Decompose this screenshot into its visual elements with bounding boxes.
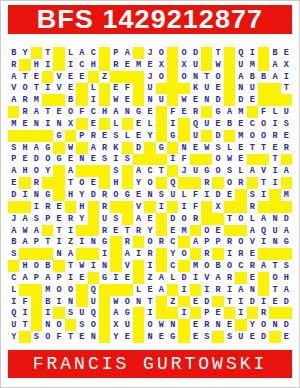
grid-cell-blocked xyxy=(8,260,19,272)
grid-cell-letter: J xyxy=(144,71,155,83)
grid-cell-letter: A xyxy=(258,260,269,272)
grid-cell-letter: T xyxy=(258,142,269,154)
grid-cell-letter: E xyxy=(281,331,292,343)
grid-cell-letter: R xyxy=(88,130,99,142)
grid-cell-blocked xyxy=(110,260,121,272)
grid-cell-letter: I xyxy=(53,236,64,248)
grid-cell-letter: V xyxy=(53,71,64,83)
grid-cell-blocked xyxy=(76,225,87,237)
grid-cell-blocked xyxy=(224,94,235,106)
grid-cell-letter: A xyxy=(122,47,133,59)
grid-cell-letter: H xyxy=(99,106,110,118)
grid-cell-letter: F xyxy=(178,154,189,166)
grid-cell-letter: V xyxy=(133,201,144,213)
grid-cell-blocked xyxy=(178,236,189,248)
grid-cell-letter: R xyxy=(201,248,212,260)
grid-cell-blocked xyxy=(201,106,212,118)
grid-cell-letter: C xyxy=(167,236,178,248)
grid-cell-letter: E xyxy=(31,71,42,83)
grid-cell-letter: S xyxy=(31,213,42,225)
grid-cell-blocked xyxy=(258,154,269,166)
grid-cell-blocked xyxy=(122,201,133,213)
grid-cell-letter: I xyxy=(178,307,189,319)
grid-cell-letter: D xyxy=(235,94,246,106)
grid-cell-letter: O xyxy=(258,130,269,142)
grid-cell-letter: S xyxy=(212,142,223,154)
grid-cell-letter: O xyxy=(224,177,235,189)
grid-cell-letter: W xyxy=(156,319,167,331)
grid-cell-letter: R xyxy=(65,213,76,225)
grid-cell-blocked xyxy=(201,47,212,59)
grid-cell-letter: R xyxy=(8,59,19,71)
grid-cell-letter: A xyxy=(19,236,30,248)
grid-cell-blocked xyxy=(110,71,121,83)
grid-cell-blocked xyxy=(190,284,201,296)
grid-cell-letter: N xyxy=(269,213,280,225)
grid-cell-letter: B xyxy=(247,71,258,83)
grid-cell-letter: C xyxy=(167,260,178,272)
grid-cell-blocked xyxy=(247,307,258,319)
grid-cell-blocked xyxy=(178,331,189,343)
grid-cell-blocked xyxy=(201,59,212,71)
grid-cell-blocked xyxy=(156,154,167,166)
grid-cell-letter: T xyxy=(269,260,280,272)
grid-cell-letter: O xyxy=(65,106,76,118)
grid-cell-letter: R xyxy=(258,307,269,319)
grid-cell-blocked xyxy=(247,106,258,118)
grid-cell-letter: S xyxy=(99,154,110,166)
grid-cell-blocked xyxy=(31,319,42,331)
grid-cell-letter: P xyxy=(31,236,42,248)
grid-cell-letter: A xyxy=(19,272,30,284)
grid-cell-letter: G xyxy=(42,189,53,201)
grid-cell-letter: E xyxy=(88,177,99,189)
grid-cell-letter: Q xyxy=(88,307,99,319)
grid-cell-letter: R xyxy=(190,213,201,225)
grid-cell-letter: O xyxy=(178,248,189,260)
grid-cell-letter: E xyxy=(281,130,292,142)
grid-cell-letter: E xyxy=(53,201,64,213)
grid-cell-letter: I xyxy=(235,307,246,319)
grid-cell-blocked xyxy=(88,213,99,225)
grid-cell-blocked xyxy=(144,201,155,213)
grid-cell-blocked xyxy=(156,177,167,189)
grid-cell-letter: E xyxy=(110,225,121,237)
grid-cell-letter: E xyxy=(190,296,201,308)
grid-cell-letter: G xyxy=(167,331,178,343)
grid-cell-letter: G xyxy=(99,236,110,248)
grid-cell-letter: S xyxy=(224,165,235,177)
grid-cell-letter: L xyxy=(167,272,178,284)
grid-cell-letter: C xyxy=(88,47,99,59)
grid-cell-letter: P xyxy=(201,236,212,248)
grid-cell-blocked xyxy=(190,225,201,237)
grid-cell-letter: S xyxy=(65,307,76,319)
grid-cell-letter: O xyxy=(110,189,121,201)
grid-cell-letter: J xyxy=(8,213,19,225)
grid-cell-blocked xyxy=(31,248,42,260)
grid-cell-letter: O xyxy=(178,213,189,225)
grid-cell-letter: U xyxy=(144,83,155,95)
grid-cell-letter: A xyxy=(42,272,53,284)
grid-cell-letter: T xyxy=(65,260,76,272)
grid-cell-blocked xyxy=(269,94,280,106)
grid-cell-blocked xyxy=(167,71,178,83)
grid-cell-blocked xyxy=(76,142,87,154)
grid-cell-letter: C xyxy=(76,59,87,71)
grid-cell-letter: I xyxy=(110,154,121,166)
grid-cell-letter: Z xyxy=(99,71,110,83)
grid-cell-letter: F xyxy=(53,331,64,343)
title-band: BFS 1429212877 xyxy=(8,5,292,34)
grid-cell-letter: N xyxy=(99,260,110,272)
grid-cell-letter: I xyxy=(201,189,212,201)
grid-cell-letter: I xyxy=(42,118,53,130)
grid-cell-blocked xyxy=(88,165,99,177)
grid-cell-blocked xyxy=(133,83,144,95)
grid-cell-letter: A xyxy=(8,225,19,237)
grid-cell-letter: I xyxy=(133,248,144,260)
grid-cell-letter: I xyxy=(269,118,280,130)
grid-cell-blocked xyxy=(269,83,280,95)
grid-cell-letter: M xyxy=(133,59,144,71)
grid-cell-letter: O xyxy=(42,154,53,166)
grid-cell-blocked xyxy=(110,201,121,213)
grid-cell-letter: G xyxy=(156,142,167,154)
grid-cell-blocked xyxy=(65,319,76,331)
grid-cell-letter: A xyxy=(133,213,144,225)
grid-cell-letter: T xyxy=(19,319,30,331)
grid-cell-letter: H xyxy=(76,201,87,213)
grid-cell-letter: D xyxy=(31,154,42,166)
grid-cell-blocked xyxy=(122,142,133,154)
grid-cell-letter: D xyxy=(247,296,258,308)
grid-cell-blocked xyxy=(53,260,64,272)
grid-cell-blocked xyxy=(156,130,167,142)
grid-cell-letter: I xyxy=(269,165,280,177)
grid-cell-letter: E xyxy=(88,154,99,166)
grid-cell-letter: L xyxy=(235,165,246,177)
grid-cell-blocked xyxy=(281,94,292,106)
grid-cell-letter: D xyxy=(212,189,223,201)
grid-cell-letter: K xyxy=(110,142,121,154)
grid-cell-letter: O xyxy=(235,236,246,248)
grid-cell-letter: N xyxy=(53,118,64,130)
grid-cell-blocked xyxy=(224,59,235,71)
grid-cell-letter: I xyxy=(144,307,155,319)
grid-cell-letter: E xyxy=(99,130,110,142)
grid-cell-blocked xyxy=(8,106,19,118)
grid-cell-letter: B xyxy=(65,94,76,106)
grid-cell-letter: D xyxy=(212,94,223,106)
grid-cell-letter: T xyxy=(156,165,167,177)
grid-cell-letter: R xyxy=(42,201,53,213)
grid-cell-blocked xyxy=(99,59,110,71)
grid-cell-letter: O xyxy=(178,71,189,83)
grid-cell-letter: J xyxy=(178,165,189,177)
grid-cell-blocked xyxy=(19,331,30,343)
grid-cell-blocked xyxy=(88,225,99,237)
grid-cell-letter: O xyxy=(156,47,167,59)
grid-cell-letter: T xyxy=(201,71,212,83)
grid-cell-letter: M xyxy=(178,225,189,237)
grid-cell-letter: I xyxy=(8,296,19,308)
grid-cell-letter: A xyxy=(19,213,30,225)
grid-cell-letter: S xyxy=(281,118,292,130)
grid-cell-letter: R xyxy=(144,248,155,260)
grid-cell-letter: H xyxy=(19,260,30,272)
grid-cell-letter: H xyxy=(110,177,121,189)
grid-cell-blocked xyxy=(144,154,155,166)
grid-cell-letter: E xyxy=(133,118,144,130)
grid-cell-letter: N xyxy=(53,248,64,260)
grid-cell-blocked xyxy=(53,47,64,59)
grid-cell-letter: E xyxy=(247,94,258,106)
grid-cell-letter: T xyxy=(42,106,53,118)
grid-cell-letter: E xyxy=(76,272,87,284)
grid-cell-blocked xyxy=(235,201,246,213)
grid-cell-letter: R xyxy=(110,59,121,71)
grid-cell-blocked xyxy=(212,331,223,343)
grid-cell-letter: L xyxy=(88,83,99,95)
grid-cell-blocked xyxy=(281,248,292,260)
grid-cell-blocked xyxy=(190,177,201,189)
grid-cell-letter: A xyxy=(8,94,19,106)
grid-cell-letter: E xyxy=(133,189,144,201)
grid-cell-letter: Q xyxy=(88,284,99,296)
grid-cell-letter: G xyxy=(281,236,292,248)
grid-cell-letter: R xyxy=(99,189,110,201)
grid-cell-letter: H xyxy=(65,189,76,201)
grid-cell-letter: T xyxy=(224,296,235,308)
grid-cell-blocked xyxy=(201,201,212,213)
grid-cell-letter: P xyxy=(76,130,87,142)
grid-cell-blocked xyxy=(201,130,212,142)
grid-cell-blocked xyxy=(31,296,42,308)
grid-cell-letter: E xyxy=(247,272,258,284)
grid-cell-blocked xyxy=(247,154,258,166)
grid-cell-letter: X xyxy=(281,59,292,71)
grid-cell-letter: Z xyxy=(65,236,76,248)
grid-cell-letter: B xyxy=(258,71,269,83)
grid-cell-blocked xyxy=(19,248,30,260)
grid-cell-letter: I xyxy=(178,284,189,296)
grid-cell-letter: A xyxy=(31,106,42,118)
grid-cell-letter: M xyxy=(235,106,246,118)
grid-cell-blocked xyxy=(201,213,212,225)
grid-cell-letter: E xyxy=(281,47,292,59)
grid-cell-letter: H xyxy=(88,59,99,71)
grid-cell-letter: A xyxy=(281,284,292,296)
grid-cell-blocked xyxy=(133,307,144,319)
grid-cell-letter: B xyxy=(8,47,19,59)
grid-cell-letter: W xyxy=(19,225,30,237)
grid-cell-blocked xyxy=(53,94,64,106)
grid-cell-letter: H xyxy=(31,59,42,71)
grid-cell-blocked xyxy=(31,130,42,142)
grid-cell-letter: G xyxy=(201,165,212,177)
grid-cell-blocked xyxy=(76,83,87,95)
grid-cell-letter: R xyxy=(235,248,246,260)
grid-cell-letter: O xyxy=(31,260,42,272)
grid-cell-letter: R xyxy=(122,236,133,248)
grid-cell-letter: E xyxy=(190,94,201,106)
grid-cell-letter: A xyxy=(110,106,121,118)
grid-cell-letter: T xyxy=(269,284,280,296)
grid-cell-letter: Y xyxy=(8,331,19,343)
grid-cell-blocked xyxy=(212,213,223,225)
grid-cell-letter: O xyxy=(201,260,212,272)
grid-cell-letter: E xyxy=(212,307,223,319)
grid-cell-letter: I xyxy=(42,307,53,319)
grid-cell-letter: V xyxy=(122,260,133,272)
grid-cell-letter: A xyxy=(190,236,201,248)
grid-cell-letter: D xyxy=(190,47,201,59)
grid-cell-letter: A xyxy=(8,71,19,83)
grid-cell-letter: N xyxy=(31,189,42,201)
grid-cell-letter: M xyxy=(235,130,246,142)
grid-cell-letter: C xyxy=(235,260,246,272)
grid-cell-blocked xyxy=(190,154,201,166)
grid-cell-blocked xyxy=(178,118,189,130)
grid-cell-blocked xyxy=(76,248,87,260)
grid-cell-letter: E xyxy=(235,154,246,166)
grid-cell-letter: J xyxy=(144,47,155,59)
grid-cell-blocked xyxy=(258,83,269,95)
grid-cell-blocked xyxy=(110,236,121,248)
grid-cell-letter: N xyxy=(190,71,201,83)
grid-cell-blocked xyxy=(269,331,280,343)
grid-cell-letter: L xyxy=(178,189,189,201)
grid-cell-blocked xyxy=(19,177,30,189)
grid-cell-blocked xyxy=(99,165,110,177)
grid-cell-letter: O xyxy=(201,225,212,237)
grid-cell-letter: S xyxy=(156,189,167,201)
grid-cell-letter: C xyxy=(247,118,258,130)
grid-cell-letter: T xyxy=(65,177,76,189)
grid-cell-blocked xyxy=(133,47,144,59)
grid-cell-blocked xyxy=(269,307,280,319)
grid-cell-blocked xyxy=(156,83,167,95)
grid-cell-letter: U xyxy=(281,106,292,118)
grid-cell-letter: H xyxy=(281,272,292,284)
grid-cell-blocked xyxy=(178,130,189,142)
grid-cell-blocked xyxy=(167,284,178,296)
grid-cell-letter: I xyxy=(99,248,110,260)
grid-cell-blocked xyxy=(99,177,110,189)
grid-cell-blocked xyxy=(110,284,121,296)
grid-cell-letter: U xyxy=(88,296,99,308)
grid-cell-letter: I xyxy=(258,236,269,248)
grid-cell-letter: A xyxy=(8,165,19,177)
grid-cell-letter: N xyxy=(269,319,280,331)
grid-cell-letter: B xyxy=(224,118,235,130)
grid-cell-letter: N xyxy=(144,94,155,106)
grid-cell-letter: M xyxy=(281,189,292,201)
grid-cell-letter: N xyxy=(269,236,280,248)
grid-cell-letter: R xyxy=(224,272,235,284)
grid-cell-blocked xyxy=(99,94,110,106)
grid-cell-letter: R xyxy=(19,94,30,106)
grid-cell-letter: O xyxy=(19,83,30,95)
grid-cell-letter: D xyxy=(281,319,292,331)
grid-cell-letter: K xyxy=(190,83,201,95)
grid-cell-blocked xyxy=(53,177,64,189)
grid-cell-letter: I xyxy=(53,296,64,308)
grid-cell-blocked xyxy=(133,94,144,106)
grid-cell-letter: D xyxy=(212,130,223,142)
grid-cell-blocked xyxy=(281,307,292,319)
grid-cell-blocked xyxy=(110,248,121,260)
grid-cell-letter: T xyxy=(224,213,235,225)
grid-cell-letter: W xyxy=(110,296,121,308)
grid-cell-letter: C xyxy=(88,106,99,118)
grid-cell-blocked xyxy=(88,201,99,213)
grid-cell-letter: W xyxy=(178,94,189,106)
grid-cell-blocked xyxy=(122,118,133,130)
grid-cell-letter: A xyxy=(88,142,99,154)
grid-cell-letter: D xyxy=(167,213,178,225)
book-cover: BFS 1429212877 BYTLACPAJOODTQIBERHIICHRE… xyxy=(0,0,300,388)
grid-cell-letter: M xyxy=(8,118,19,130)
grid-cell-letter: S xyxy=(224,331,235,343)
grid-cell-letter: E xyxy=(212,118,223,130)
grid-cell-letter: F xyxy=(190,201,201,213)
grid-cell-letter: T xyxy=(258,177,269,189)
grid-cell-letter: G xyxy=(122,189,133,201)
grid-cell-blocked xyxy=(144,142,155,154)
grid-cell-blocked xyxy=(133,71,144,83)
grid-cell-letter: M xyxy=(190,260,201,272)
grid-cell-blocked xyxy=(99,319,110,331)
grid-cell-letter: E xyxy=(190,142,201,154)
grid-cell-letter: B xyxy=(42,296,53,308)
grid-cell-letter: G xyxy=(167,130,178,142)
grid-cell-blocked xyxy=(224,201,235,213)
grid-cell-letter: U xyxy=(122,319,133,331)
grid-cell-blocked xyxy=(31,307,42,319)
grid-cell-letter: E xyxy=(190,319,201,331)
grid-cell-letter: O xyxy=(247,130,258,142)
grid-cell-letter: U xyxy=(269,225,280,237)
grid-cell-letter: E xyxy=(269,296,280,308)
grid-cell-letter: F xyxy=(167,106,178,118)
grid-cell-letter: E xyxy=(8,177,19,189)
grid-cell-letter: N xyxy=(88,236,99,248)
grid-cell-letter: T xyxy=(42,47,53,59)
grid-cell-letter: E xyxy=(224,189,235,201)
grid-cell-blocked xyxy=(65,201,76,213)
grid-cell-letter: O xyxy=(53,319,64,331)
grid-cell-letter: U xyxy=(201,118,212,130)
grid-cell-letter: F xyxy=(258,106,269,118)
grid-cell-blocked xyxy=(122,165,133,177)
grid-cell-blocked xyxy=(76,296,87,308)
grid-cell-blocked xyxy=(167,142,178,154)
grid-cell-letter: S xyxy=(110,213,121,225)
grid-cell-letter: I xyxy=(224,248,235,260)
grid-cell-letter: T xyxy=(42,236,53,248)
grid-cell-letter: U xyxy=(247,83,258,95)
grid-cell-letter: E xyxy=(212,83,223,95)
grid-cell-letter: L xyxy=(8,284,19,296)
grid-cell-letter: U xyxy=(235,331,246,343)
grid-cell-blocked xyxy=(76,165,87,177)
grid-cell-letter: O xyxy=(53,284,64,296)
grid-cell-blocked xyxy=(190,307,201,319)
grid-cell-letter: D xyxy=(133,142,144,154)
grid-cell-blocked xyxy=(281,177,292,189)
